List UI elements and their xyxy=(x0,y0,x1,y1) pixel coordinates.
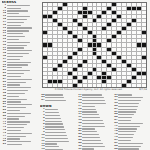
grid-cell xyxy=(78,56,82,59)
grid-cell xyxy=(142,60,146,63)
down-clue-list-2: 2123242527282931323536374042444546485052 xyxy=(77,94,110,150)
grid-cell xyxy=(78,72,82,75)
grid-cell xyxy=(107,19,111,22)
grid-cell xyxy=(83,35,87,38)
grid-cell xyxy=(132,60,136,63)
grid-cell xyxy=(48,35,52,38)
grid-cell xyxy=(122,23,126,26)
grid-cell xyxy=(132,39,136,42)
grid-cell xyxy=(132,84,136,87)
grid-cell xyxy=(48,48,52,51)
black-cell xyxy=(102,76,106,79)
grid-cell xyxy=(68,43,72,46)
grid-cell xyxy=(48,31,52,34)
grid-cell xyxy=(48,56,52,59)
bottom-clue-column-3: 5355575960616264666769727576787981828486 xyxy=(113,94,148,150)
grid-cell xyxy=(78,84,82,87)
grid-cell xyxy=(68,11,72,14)
clue-text-bar xyxy=(82,146,105,147)
grid-cell xyxy=(117,3,121,6)
grid-cell xyxy=(112,23,116,26)
grid-cell xyxy=(78,19,82,22)
grid-cell xyxy=(78,76,82,79)
grid-cell xyxy=(127,60,131,63)
clue-text-bar xyxy=(45,97,64,98)
grid-cell xyxy=(53,15,57,18)
clue-text-bar xyxy=(45,132,66,133)
clue-text-bar xyxy=(7,93,26,94)
grid-cell xyxy=(97,48,101,51)
grid-cell xyxy=(117,60,121,63)
grid-cell xyxy=(88,23,92,26)
grid-cell xyxy=(78,3,82,6)
grid-cell xyxy=(83,56,87,59)
clue-text-bar xyxy=(118,123,142,124)
grid-cell xyxy=(78,27,82,30)
grid-cell xyxy=(132,64,136,67)
clue-text-bar xyxy=(7,130,22,131)
grid-cell xyxy=(107,80,111,83)
black-cell xyxy=(107,23,111,26)
grid-cell xyxy=(73,72,77,75)
grid-cell xyxy=(88,56,92,59)
grid-cell xyxy=(53,43,57,46)
grid-cell xyxy=(73,60,77,63)
grid-cell xyxy=(117,11,121,14)
grid-cell xyxy=(102,68,106,71)
grid-cell xyxy=(117,27,121,30)
clue-text-bar xyxy=(118,126,139,127)
clue-text-bar xyxy=(45,123,63,124)
grid-cell xyxy=(83,3,87,6)
grid-cell xyxy=(78,35,82,38)
grid-cell xyxy=(93,64,97,67)
clue-text-bar xyxy=(82,117,100,118)
grid-cell xyxy=(117,84,121,87)
down-clue-list-1: 123456789101112131519 xyxy=(40,108,74,149)
black-cell xyxy=(102,60,106,63)
black-cell xyxy=(78,11,82,14)
grid-cell xyxy=(48,64,52,67)
grid-cell xyxy=(58,48,62,51)
black-cell xyxy=(53,19,57,22)
grid-cell xyxy=(142,52,146,55)
clue-text-bar xyxy=(118,97,143,98)
clue-text-bar xyxy=(118,106,138,107)
clue-text-bar xyxy=(45,143,57,144)
grid-cell xyxy=(88,68,92,71)
grid-cell xyxy=(68,48,72,51)
clue-text-bar xyxy=(7,45,28,46)
grid-cell xyxy=(127,19,131,22)
grid-cell xyxy=(137,48,141,51)
grid-cell xyxy=(63,80,67,83)
grid-cell xyxy=(58,11,62,14)
grid-cell xyxy=(132,72,136,75)
clue-text-bar xyxy=(7,136,27,137)
grid-cell xyxy=(58,31,62,34)
black-cell xyxy=(93,35,97,38)
grid-cell xyxy=(43,27,47,30)
grid-cell xyxy=(132,23,136,26)
grid-cell xyxy=(142,35,146,38)
grid-cell xyxy=(142,7,146,10)
grid-cell xyxy=(53,27,57,30)
clue-text-bar xyxy=(118,111,136,112)
clue-text-bar xyxy=(82,131,97,132)
grid-cell xyxy=(107,15,111,18)
grid-cell xyxy=(122,48,126,51)
grid-cell xyxy=(73,7,77,10)
grid-cell xyxy=(102,39,106,42)
clue-text-bar xyxy=(82,143,103,144)
grid-cell xyxy=(53,84,57,87)
grid-cell xyxy=(97,68,101,71)
grid-cell xyxy=(132,27,136,30)
clue-text-bar xyxy=(7,27,33,28)
black-cell xyxy=(63,27,67,30)
black-cell xyxy=(112,11,116,14)
grid-cell xyxy=(117,72,121,75)
clue-text-bar xyxy=(7,62,32,63)
black-cell xyxy=(112,68,116,71)
grid-cell xyxy=(78,52,82,55)
black-cell xyxy=(58,7,62,10)
black-cell xyxy=(78,80,82,83)
grid-cell xyxy=(93,31,97,34)
black-cell xyxy=(117,15,121,18)
grid-cell xyxy=(137,3,141,6)
grid-cell xyxy=(137,84,141,87)
grid-cell xyxy=(137,15,141,18)
bottom-clue-column-2: 2123242527282931323536374042444546485052 xyxy=(77,94,110,150)
clue-number: 86 xyxy=(113,148,118,150)
clue-text-bar xyxy=(45,112,59,113)
grid-cell xyxy=(102,64,106,67)
grid-cell xyxy=(122,31,126,34)
grid-cell xyxy=(102,3,106,6)
grid-cell xyxy=(127,56,131,59)
grid-cell xyxy=(142,84,146,87)
black-cell xyxy=(58,64,62,67)
grid-cell xyxy=(53,35,57,38)
black-cell xyxy=(78,64,82,67)
clue-text-bar xyxy=(7,10,29,11)
grid-cell xyxy=(43,52,47,55)
clue-text-bar xyxy=(118,114,134,115)
clue-text-bar xyxy=(82,140,101,141)
grid-cell xyxy=(122,11,126,14)
black-cell xyxy=(63,60,67,63)
grid-cell xyxy=(43,48,47,51)
grid-cell xyxy=(112,31,116,34)
black-cell xyxy=(83,27,87,30)
grid-cell xyxy=(88,27,92,30)
black-cell xyxy=(102,80,106,83)
black-cell xyxy=(102,27,106,30)
grid-cell xyxy=(132,11,136,14)
grid-cell xyxy=(127,3,131,6)
black-cell xyxy=(93,19,97,22)
grid-cell xyxy=(63,56,67,59)
across-clues-column: ACROSS 141114151617181920222628293031333… xyxy=(2,1,39,150)
grid-cell xyxy=(102,43,106,46)
grid-cell xyxy=(142,48,146,51)
black-cell xyxy=(43,31,47,34)
grid-cell xyxy=(142,3,146,6)
clue-text-bar xyxy=(7,64,29,65)
clue-text-bar xyxy=(118,103,139,104)
grid-cell xyxy=(102,52,106,55)
grid-cell xyxy=(73,64,77,67)
grid-cell xyxy=(53,23,57,26)
black-cell xyxy=(93,52,97,55)
clue-text-bar xyxy=(7,127,25,128)
grid-cell xyxy=(97,80,101,83)
grid-cell xyxy=(48,39,52,42)
grid-cell xyxy=(137,68,141,71)
grid-cell xyxy=(43,72,47,75)
grid-cell xyxy=(107,72,111,75)
grid-cell xyxy=(63,19,67,22)
black-cell xyxy=(68,72,72,75)
grid-cell xyxy=(127,43,131,46)
clue-text-bar xyxy=(7,138,21,139)
clue-text-bar xyxy=(7,141,32,142)
grid-cell xyxy=(83,23,87,26)
grid-cell xyxy=(63,43,67,46)
clue-text-bar xyxy=(7,47,25,48)
black-cell xyxy=(102,11,106,14)
grid-cell xyxy=(112,43,116,46)
grid-cell xyxy=(48,52,52,55)
grid-cell xyxy=(43,60,47,63)
black-cell xyxy=(88,11,92,14)
clue-text-bar xyxy=(45,129,65,130)
grid-cell xyxy=(58,27,62,30)
black-cell xyxy=(117,31,121,34)
clue-text-bar xyxy=(118,109,137,110)
grid-cell xyxy=(122,39,126,42)
clue-text-bar xyxy=(45,94,63,95)
clue-text-bar xyxy=(7,13,20,14)
grid-cell xyxy=(117,64,121,67)
clue-text-bar xyxy=(118,140,130,141)
grid-cell xyxy=(48,3,52,6)
grid-cell xyxy=(93,72,97,75)
clue-text-bar xyxy=(82,148,94,149)
black-cell xyxy=(48,80,52,83)
grid-cell xyxy=(43,68,47,71)
black-cell xyxy=(73,84,77,87)
grid-cell xyxy=(63,76,67,79)
grid-cell xyxy=(102,15,106,18)
grid-cell xyxy=(48,11,52,14)
grid-cell xyxy=(107,35,111,38)
grid-cell xyxy=(122,80,126,83)
grid-cell xyxy=(127,27,131,30)
grid-cell xyxy=(88,52,92,55)
grid-cell xyxy=(63,11,67,14)
grid-cell xyxy=(142,27,146,30)
grid-cell xyxy=(93,84,97,87)
grid-cell xyxy=(117,39,121,42)
grid-cell xyxy=(142,11,146,14)
grid-cell xyxy=(58,19,62,22)
grid-cell xyxy=(127,84,131,87)
grid-cell xyxy=(107,31,111,34)
grid-cell xyxy=(132,35,136,38)
grid-cell xyxy=(97,60,101,63)
black-cell xyxy=(137,43,141,46)
caption-row: ©2016 Tribune Content Agency, LLC. All r… xyxy=(42,88,147,91)
grid-cell xyxy=(83,68,87,71)
grid-cell xyxy=(83,39,87,42)
grid-cell xyxy=(63,64,67,67)
grid-cell xyxy=(93,3,97,6)
grid-cell xyxy=(58,52,62,55)
clue-text-bar xyxy=(82,123,104,124)
grid-cell xyxy=(78,43,82,46)
clue-text-bar xyxy=(7,42,31,43)
clue-text-bar xyxy=(7,101,22,102)
black-cell xyxy=(53,80,57,83)
grid-cell xyxy=(73,80,77,83)
grid-cell xyxy=(63,39,67,42)
grid-cell xyxy=(97,64,101,67)
grid-cell xyxy=(83,64,87,67)
grid-cell xyxy=(43,35,47,38)
grid-cell xyxy=(102,7,106,10)
grid-cell xyxy=(107,52,111,55)
black-cell xyxy=(107,39,111,42)
grid-cell xyxy=(117,43,121,46)
grid-cell xyxy=(97,27,101,30)
grid-cell xyxy=(122,68,126,71)
grid-cell xyxy=(78,60,82,63)
black-cell xyxy=(78,39,82,42)
grid-cell xyxy=(132,31,136,34)
grid-cell xyxy=(68,3,72,6)
grid-cell xyxy=(107,60,111,63)
grid-cell xyxy=(97,11,101,14)
grid-cell xyxy=(137,56,141,59)
grid-cell xyxy=(127,68,131,71)
grid-cell xyxy=(102,35,106,38)
grid-cell xyxy=(142,39,146,42)
clue-text-bar xyxy=(118,137,132,138)
grid-cell xyxy=(107,56,111,59)
black-cell xyxy=(73,76,77,79)
grid-cell xyxy=(122,35,126,38)
grid-cell xyxy=(117,7,121,10)
grid-cell xyxy=(53,7,57,10)
grid-cell xyxy=(58,15,62,18)
across-clue-overflow: 848587 xyxy=(40,94,74,103)
grid-cell xyxy=(102,56,106,59)
grid-cell xyxy=(88,35,92,38)
grid-cell xyxy=(73,15,77,18)
clue-text-bar xyxy=(82,97,104,98)
grid-cell xyxy=(132,48,136,51)
clue-text-bar xyxy=(7,19,28,20)
clue-number: 87 xyxy=(40,99,45,102)
clue-number: 52 xyxy=(77,148,82,150)
clue-text-bar xyxy=(7,87,32,88)
clue-text-bar xyxy=(7,104,33,105)
black-cell xyxy=(137,72,141,75)
black-cell xyxy=(107,48,111,51)
black-cell xyxy=(58,23,62,26)
grid-cell xyxy=(137,23,141,26)
grid-cell xyxy=(88,7,92,10)
copyright-caption: ©2016 Tribune Content Agency, LLC. All r… xyxy=(42,88,135,91)
clue-line: 52 xyxy=(77,148,110,150)
grid-cell xyxy=(73,3,77,6)
grid-cell xyxy=(112,80,116,83)
clue-text-bar xyxy=(45,115,60,116)
grid-cell xyxy=(117,48,121,51)
black-cell xyxy=(73,19,77,22)
grid-cell xyxy=(142,19,146,22)
clue-text-bar xyxy=(118,117,132,118)
grid-cell xyxy=(137,64,141,67)
grid-cell xyxy=(58,43,62,46)
black-cell xyxy=(73,35,77,38)
grid-cell xyxy=(137,27,141,30)
grid-cell xyxy=(107,27,111,30)
grid-cell xyxy=(132,56,136,59)
grid-cell xyxy=(78,7,82,10)
black-cell xyxy=(48,15,52,18)
clue-text-bar xyxy=(7,5,31,6)
black-cell xyxy=(93,43,97,46)
clue-number: 19 xyxy=(40,148,45,149)
black-cell xyxy=(97,15,101,18)
clue-text-bar xyxy=(7,53,30,54)
grid-cell xyxy=(93,23,97,26)
grid-cell xyxy=(127,15,131,18)
grid-cell xyxy=(73,43,77,46)
grid-cell xyxy=(43,76,47,79)
black-cell xyxy=(132,68,136,71)
grid-cell xyxy=(93,60,97,63)
grid-cell xyxy=(122,76,126,79)
grid-cell xyxy=(117,80,121,83)
black-cell xyxy=(112,19,116,22)
grid-cell xyxy=(93,80,97,83)
grid-cell xyxy=(83,52,87,55)
grid-cell xyxy=(137,19,141,22)
across-clue-list: 1411141516171819202226282930313334363738… xyxy=(2,4,39,146)
clue-text-bar xyxy=(45,109,58,110)
black-cell xyxy=(112,3,116,6)
clue-text-bar xyxy=(7,39,20,40)
clue-text-bar xyxy=(7,124,28,125)
clue-text-bar xyxy=(82,111,97,112)
clue-text-bar xyxy=(45,146,59,147)
grid-cell xyxy=(63,7,67,10)
grid-cell xyxy=(83,72,87,75)
clue-text-bar xyxy=(7,59,21,60)
clue-text-bar xyxy=(82,94,102,95)
grid-cell xyxy=(97,52,101,55)
grid-cell xyxy=(107,68,111,71)
grid-cell xyxy=(48,72,52,75)
clue-text-bar xyxy=(7,56,24,57)
clue-text-bar xyxy=(82,114,99,115)
black-cell xyxy=(127,23,131,26)
